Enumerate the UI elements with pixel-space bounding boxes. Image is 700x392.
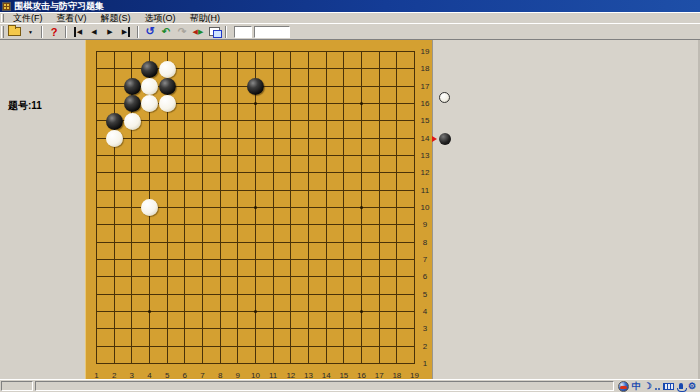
row-label-18: 18 [418,64,432,73]
left-panel: 题号:11 [0,40,85,380]
row-label-19: 19 [418,47,432,56]
row-label-15: 15 [418,116,432,125]
last-problem-button[interactable]: ▶ [119,25,133,39]
stone-white-C15[interactable] [124,113,141,130]
open-problem-set-button[interactable] [7,25,21,39]
right-panel [432,40,700,380]
star-point [360,310,363,313]
statusbar-pane-main [35,381,614,391]
row-label-17: 17 [418,82,432,91]
statusbar-pane-left [1,381,33,391]
folder-open-icon [8,27,21,36]
next-problem-button[interactable]: ▶ [103,25,117,39]
stone-black-C16[interactable] [124,95,141,112]
statusbar: 中 ☽ ⚙ [0,379,700,392]
titlebar: 围棋攻击与防守习题集 [0,0,700,12]
toolbar-gripper[interactable] [1,26,4,38]
row-label-3: 3 [418,324,432,333]
window-icon [2,2,11,11]
next-icon: ▶ [107,27,112,37]
problem-jump-input[interactable] [254,26,290,38]
first-problem-button[interactable]: ◀ [71,25,85,39]
stone-black-D18[interactable] [141,61,158,78]
row-label-6: 6 [418,272,432,281]
last-icon: ▶ [122,27,130,37]
question-icon: ? [51,26,58,38]
board-stones-layer[interactable] [88,43,423,372]
swap-colors-button[interactable]: ◀▶ [191,25,205,39]
row-label-8: 8 [418,238,432,247]
menu-item-help[interactable]: 帮助(H) [183,13,228,23]
black-stone-indicator [439,133,451,145]
white-stone-indicator [439,92,450,103]
prev-icon: ◀ [91,27,96,37]
stone-black-C17[interactable] [124,78,141,95]
toolbar: ▼ ? ◀ ◀ ▶ ▶ ↺ ↶ ↷ ◀▶ [0,23,700,39]
stone-white-D16[interactable] [141,95,158,112]
star-point [360,206,363,209]
row-label-9: 9 [418,220,432,229]
hint-button[interactable]: ? [47,25,61,39]
stone-white-E16[interactable] [159,95,176,112]
copy-window-icon [209,27,220,36]
star-point [254,310,257,313]
undo-move-button[interactable]: ↶ [159,25,173,39]
menu-item-solve[interactable]: 解题(S) [94,13,138,23]
menubar-gripper[interactable] [1,14,4,22]
copy-board-button[interactable] [207,25,221,39]
ime-chinese-icon[interactable]: 中 [632,381,641,392]
system-tray: 中 ☽ ⚙ [615,381,700,392]
stone-white-D10[interactable] [141,199,158,216]
stone-black-B15[interactable] [106,113,123,130]
fullwidth-moon-icon[interactable]: ☽ [644,381,652,392]
restart-icon: ↺ [145,25,154,38]
row-label-2: 2 [418,342,432,351]
toolbar-separator [225,26,227,38]
menubar: 文件(F) 查看(V) 解题(S) 选项(O) 帮助(H) [0,12,700,23]
star-point [360,102,363,105]
menu-item-options[interactable]: 选项(O) [138,13,183,23]
stone-black-E17[interactable] [159,78,176,95]
menu-item-view[interactable]: 查看(V) [50,13,94,23]
language-globe-icon[interactable] [618,381,629,392]
window-title: 围棋攻击与防守习题集 [14,1,104,12]
prev-problem-button[interactable]: ◀ [87,25,101,39]
app-window: 围棋攻击与防守习题集 文件(F) 查看(V) 解题(S) 选项(O) 帮助(H)… [0,0,700,392]
row-label-7: 7 [418,255,432,264]
move-number-input[interactable] [234,26,252,38]
row-label-11: 11 [418,186,432,195]
row-label-16: 16 [418,99,432,108]
redo-move-button[interactable]: ↷ [175,25,189,39]
row-label-4: 4 [418,307,432,316]
first-icon: ◀ [74,27,82,37]
undo-icon: ↶ [162,26,170,37]
stone-white-E18[interactable] [159,61,176,78]
stone-white-B14[interactable] [106,130,123,147]
row-label-13: 13 [418,151,432,160]
toolbar-separator [65,26,67,38]
ime-settings-gear-icon[interactable]: ⚙ [688,381,696,392]
row-label-1: 1 [418,359,432,368]
row-label-10: 10 [418,203,432,212]
toolbar-separator [137,26,139,38]
star-point [254,102,257,105]
chevron-down-icon: ▼ [28,29,33,35]
punctuation-icon[interactable] [655,382,660,390]
to-move-arrow-icon [432,136,437,142]
problem-number-label: 题号:11 [8,99,42,113]
star-point [254,206,257,209]
open-dropdown-button[interactable]: ▼ [23,25,37,39]
row-label-14: 14 [418,134,432,143]
star-point [148,310,151,313]
go-board[interactable]: 19181716151413121110987654321 1234567891… [85,40,432,380]
swap-right-icon: ▶ [198,28,203,36]
stone-white-D17[interactable] [141,78,158,95]
restart-problem-button[interactable]: ↺ [143,25,157,39]
content-area: 题号:11 19181716151413121110987654321 1234… [0,39,700,379]
redo-icon: ↷ [178,26,186,37]
keyboard-icon[interactable] [663,383,674,390]
row-label-12: 12 [418,168,432,177]
menu-item-file[interactable]: 文件(F) [6,13,50,23]
row-label-5: 5 [418,290,432,299]
toolbar-separator [41,26,43,38]
stone-black-K17[interactable] [247,78,264,95]
microphone-icon[interactable] [679,383,683,389]
